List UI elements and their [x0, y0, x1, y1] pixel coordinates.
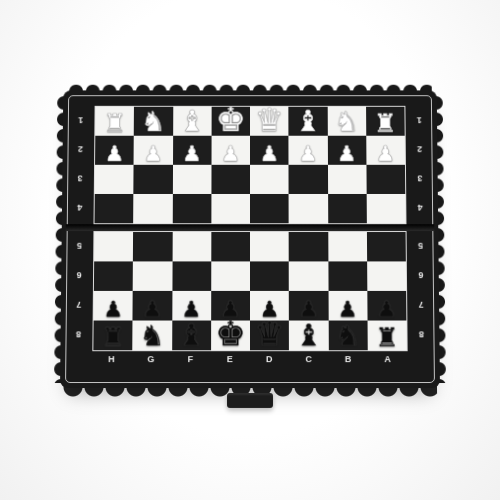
rank-label-6-left: 6	[72, 269, 86, 281]
square-f8: ♝	[172, 321, 211, 351]
square-a7: ♟	[367, 291, 406, 321]
piece-white-knight: ♞	[334, 109, 359, 136]
hinge-fold	[66, 224, 435, 231]
piece-white-king: ♚	[216, 103, 246, 136]
square-g2: ♟	[134, 136, 173, 165]
square-a1: ♜	[366, 107, 405, 136]
square-h4	[95, 194, 134, 223]
file-label-g: G	[132, 350, 172, 368]
square-b5	[328, 232, 367, 261]
square-h5	[94, 232, 133, 261]
square-f7: ♟	[172, 291, 211, 321]
piece-black-knight: ♞	[335, 323, 360, 351]
square-f2: ♟	[173, 136, 212, 165]
piece-black-pawn: ♟	[377, 299, 397, 321]
piece-black-king: ♚	[215, 317, 245, 351]
square-a8: ♜	[367, 321, 406, 351]
square-b4	[328, 194, 367, 223]
square-f3	[172, 165, 211, 194]
square-f4	[172, 194, 211, 223]
square-h6	[94, 261, 133, 290]
square-g4	[133, 194, 172, 223]
square-e4	[211, 194, 250, 223]
rank-label-1-left: 1	[74, 114, 88, 126]
rank-label-2-right: 2	[413, 143, 427, 155]
square-b2: ♟	[327, 136, 366, 165]
rank-label-4-left: 4	[73, 202, 87, 214]
rank-label-3-left: 3	[73, 173, 87, 185]
square-e3	[211, 165, 250, 194]
piece-black-bishop: ♝	[295, 321, 322, 351]
piece-black-rook: ♜	[101, 324, 124, 350]
square-d8: ♛	[250, 321, 289, 351]
piece-white-bishop: ♝	[179, 107, 206, 136]
square-b8: ♞	[328, 321, 367, 351]
square-f1: ♝	[173, 107, 212, 136]
board-half-bottom: ♟♟♟♟♟♟♟♟♜♞♝♚♛♝♞♜	[92, 231, 407, 351]
rank-label-4-right: 4	[413, 202, 427, 214]
piece-white-pawn: ♟	[182, 143, 202, 164]
case-body: ♜♞♝♚♛♝♞♜♟♟♟♟♟♟♟♟ ♟♟♟♟♟♟♟♟♜♞♝♚♛♝♞♜ HGFEDC…	[60, 90, 440, 388]
piece-white-pawn: ♟	[105, 143, 125, 164]
file-label-f: F	[171, 350, 210, 368]
piece-black-queen: ♛	[255, 318, 285, 351]
rank-label-7-right: 7	[414, 299, 428, 311]
square-d5	[250, 232, 289, 261]
square-c7: ♟	[289, 291, 328, 321]
square-a5	[367, 232, 406, 261]
piece-white-pawn: ♟	[221, 143, 240, 164]
square-e2: ♟	[211, 136, 250, 165]
square-d6	[250, 261, 289, 290]
square-h2: ♟	[95, 136, 134, 165]
square-c6	[289, 261, 328, 290]
square-e5	[211, 232, 250, 261]
square-c4	[289, 194, 328, 223]
file-label-b: B	[329, 350, 369, 368]
rank-label-1-right: 1	[412, 114, 426, 126]
square-e8: ♚	[211, 321, 250, 351]
square-b6	[328, 261, 367, 290]
square-e1: ♚	[211, 107, 250, 136]
piece-black-pawn: ♟	[338, 299, 358, 321]
square-g5	[133, 232, 172, 261]
piece-black-pawn: ♟	[103, 299, 123, 321]
piece-white-pawn: ♟	[376, 143, 396, 164]
clasp-latch	[227, 393, 273, 408]
square-f6	[172, 261, 211, 290]
square-c8: ♝	[289, 321, 328, 351]
piece-white-queen: ♛	[255, 104, 284, 136]
rank-label-6-right: 6	[414, 269, 428, 281]
rank-label-8-right: 8	[414, 328, 428, 340]
square-c3	[289, 165, 328, 194]
rank-label-3-right: 3	[413, 173, 427, 185]
square-b1: ♞	[327, 107, 366, 136]
square-a6	[367, 261, 406, 290]
square-a3	[366, 165, 405, 194]
piece-white-bishop: ♝	[295, 107, 322, 136]
rank-label-5-right: 5	[414, 240, 428, 252]
square-h7: ♟	[94, 291, 133, 321]
file-labels-row: HGFEDCBA	[92, 350, 408, 368]
file-label-h: H	[92, 350, 132, 368]
square-b7: ♟	[328, 291, 367, 321]
piece-white-pawn: ♟	[260, 143, 279, 164]
file-label-a: A	[368, 350, 408, 368]
square-a4	[366, 194, 405, 223]
chess-case: ♜♞♝♚♛♝♞♜♟♟♟♟♟♟♟♟ ♟♟♟♟♟♟♟♟♜♞♝♚♛♝♞♜ HGFEDC…	[60, 90, 440, 388]
piece-white-rook: ♜	[374, 111, 397, 136]
piece-white-pawn: ♟	[298, 143, 318, 164]
file-label-c: C	[289, 350, 328, 368]
square-f5	[172, 232, 211, 261]
square-d3	[250, 165, 289, 194]
square-d1: ♛	[250, 107, 289, 136]
board-half-top: ♜♞♝♚♛♝♞♜♟♟♟♟♟♟♟♟	[94, 106, 407, 224]
square-g1: ♞	[134, 107, 173, 136]
rank-label-2-left: 2	[73, 143, 87, 155]
square-c2: ♟	[289, 136, 328, 165]
square-e6	[211, 261, 250, 290]
rank-label-5-left: 5	[72, 240, 86, 252]
square-g8: ♞	[133, 321, 172, 351]
photo-background: ♜♞♝♚♛♝♞♜♟♟♟♟♟♟♟♟ ♟♟♟♟♟♟♟♟♜♞♝♚♛♝♞♜ HGFEDC…	[0, 0, 500, 500]
piece-white-rook: ♜	[103, 111, 126, 136]
square-d2: ♟	[250, 136, 289, 165]
square-h3	[95, 165, 134, 194]
square-h8: ♜	[93, 321, 132, 351]
piece-white-knight: ♞	[141, 109, 166, 136]
piece-black-pawn: ♟	[142, 299, 162, 321]
piece-black-bishop: ♝	[178, 321, 205, 351]
square-a2: ♟	[366, 136, 405, 165]
piece-white-pawn: ♟	[143, 143, 163, 164]
square-c1: ♝	[289, 107, 328, 136]
square-b3	[327, 165, 366, 194]
square-g3	[134, 165, 173, 194]
rank-label-7-left: 7	[72, 299, 86, 311]
piece-white-pawn: ♟	[337, 143, 357, 164]
square-h1: ♜	[95, 107, 134, 136]
square-c5	[289, 232, 328, 261]
square-d4	[250, 194, 289, 223]
piece-black-knight: ♞	[140, 323, 165, 351]
piece-black-rook: ♜	[375, 324, 398, 350]
rank-label-8-left: 8	[71, 328, 85, 340]
square-g6	[133, 261, 172, 290]
square-g7: ♟	[133, 291, 172, 321]
